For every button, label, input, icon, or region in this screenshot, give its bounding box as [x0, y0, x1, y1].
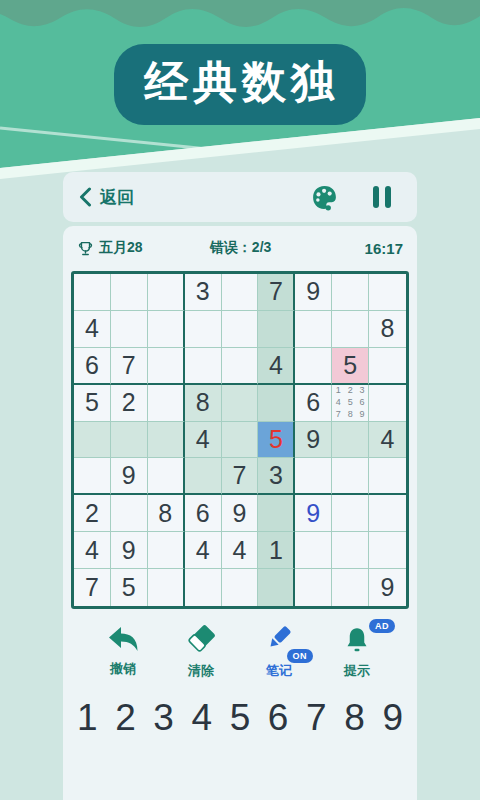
cell-r2c5[interactable]	[222, 311, 259, 348]
cell-r4c7[interactable]: 6	[295, 385, 332, 422]
undo-label: 撤销	[110, 660, 136, 678]
cell-r6c1[interactable]	[74, 458, 111, 495]
cell-r3c4[interactable]	[185, 348, 222, 385]
cell-r7c2[interactable]	[111, 495, 148, 532]
cell-r2c7[interactable]	[295, 311, 332, 348]
notes-on-badge: ON	[287, 649, 314, 663]
cell-r5c5[interactable]	[222, 422, 259, 459]
cell-r6c4[interactable]	[185, 458, 222, 495]
cell-r1c4[interactable]: 3	[185, 274, 222, 311]
numpad-4[interactable]: 4	[192, 696, 213, 740]
cell-r9c8[interactable]	[332, 569, 369, 606]
nav-bar: 返回	[63, 172, 417, 222]
cell-r2c8[interactable]	[332, 311, 369, 348]
numpad-3[interactable]: 3	[153, 696, 174, 740]
undo-button[interactable]: 撤销	[95, 625, 151, 680]
cell-r8c9[interactable]	[369, 532, 406, 569]
cell-r9c9[interactable]: 9	[369, 569, 406, 606]
timer: 16:17	[365, 240, 403, 257]
cell-r9c4[interactable]	[185, 569, 222, 606]
numpad-7[interactable]: 7	[306, 696, 327, 740]
back-button[interactable]: 返回	[79, 186, 134, 209]
cell-r3c8[interactable]: 5	[332, 348, 369, 385]
toolbar: 撤销 清除 ON 笔记	[63, 625, 417, 680]
cell-r1c8[interactable]	[332, 274, 369, 311]
eraser-icon	[185, 625, 217, 655]
cell-r5c6[interactable]: 5	[258, 422, 295, 459]
cell-r3c1[interactable]: 6	[74, 348, 111, 385]
status-bar: 五月28 错误：2/3 16:17	[63, 226, 417, 270]
cell-r1c9[interactable]	[369, 274, 406, 311]
cell-r4c2[interactable]: 2	[111, 385, 148, 422]
cell-r8c7[interactable]	[295, 532, 332, 569]
numpad-5[interactable]: 5	[230, 696, 251, 740]
level-indicator: 五月28	[77, 239, 143, 257]
error-counter: 错误：2/3	[210, 239, 271, 257]
cell-r9c2[interactable]: 5	[111, 569, 148, 606]
cell-r8c8[interactable]	[332, 532, 369, 569]
cell-r8c4[interactable]: 4	[185, 532, 222, 569]
cell-r6c2[interactable]: 9	[111, 458, 148, 495]
cell-r7c7[interactable]: 9	[295, 495, 332, 532]
cell-r6c5[interactable]: 7	[222, 458, 259, 495]
cell-r7c8[interactable]	[332, 495, 369, 532]
cell-r7c6[interactable]	[258, 495, 295, 532]
cell-r3c5[interactable]	[222, 348, 259, 385]
cell-r4c5[interactable]	[222, 385, 259, 422]
sudoku-board: 3794867455286123456789459497328699494417…	[71, 271, 409, 609]
cell-r7c5[interactable]: 9	[222, 495, 259, 532]
back-label: 返回	[100, 186, 134, 209]
cell-r8c3[interactable]	[148, 532, 185, 569]
cell-r9c5[interactable]	[222, 569, 259, 606]
number-pad: 123456789	[63, 696, 417, 740]
numpad-1[interactable]: 1	[77, 696, 98, 740]
cell-r3c9[interactable]	[369, 348, 406, 385]
sudoku-app-screen: 经典数独 返回	[0, 0, 480, 800]
cell-r9c7[interactable]	[295, 569, 332, 606]
cell-r7c1[interactable]: 2	[74, 495, 111, 532]
cell-r5c4[interactable]: 4	[185, 422, 222, 459]
cell-r4c8[interactable]: 123456789	[332, 385, 369, 422]
erase-label: 清除	[188, 662, 214, 680]
cell-r8c1[interactable]: 4	[74, 532, 111, 569]
back-chevron-icon	[79, 187, 92, 207]
cell-r7c9[interactable]	[369, 495, 406, 532]
level-label: 五月28	[99, 239, 143, 257]
cell-r4c9[interactable]	[369, 385, 406, 422]
notes-grid: 123456789	[332, 385, 368, 421]
cell-r4c4[interactable]: 8	[185, 385, 222, 422]
undo-icon	[106, 625, 140, 653]
cell-r3c6[interactable]: 4	[258, 348, 295, 385]
game-panel: 五月28 错误：2/3 16:17 3794867455286123456789…	[63, 226, 417, 800]
cell-r4c1[interactable]: 5	[74, 385, 111, 422]
erase-button[interactable]: 清除	[173, 625, 229, 680]
trophy-icon	[77, 240, 94, 257]
cell-r1c5[interactable]	[222, 274, 259, 311]
cell-r1c7[interactable]: 9	[295, 274, 332, 311]
cell-r1c2[interactable]	[111, 274, 148, 311]
cell-r9c1[interactable]: 7	[74, 569, 111, 606]
cell-r9c6[interactable]	[258, 569, 295, 606]
cell-r7c4[interactable]: 6	[185, 495, 222, 532]
bell-icon	[342, 625, 372, 655]
cell-r1c3[interactable]	[148, 274, 185, 311]
cell-r6c3[interactable]	[148, 458, 185, 495]
cell-r5c9[interactable]: 4	[369, 422, 406, 459]
cell-r5c1[interactable]	[74, 422, 111, 459]
cell-r5c8[interactable]	[332, 422, 369, 459]
cell-r6c7[interactable]	[295, 458, 332, 495]
cell-r3c2[interactable]: 7	[111, 348, 148, 385]
cell-r2c1[interactable]: 4	[74, 311, 111, 348]
notes-label: 笔记	[266, 662, 292, 680]
cell-r1c6[interactable]: 7	[258, 274, 295, 311]
cell-r2c6[interactable]	[258, 311, 295, 348]
cell-r3c7[interactable]	[295, 348, 332, 385]
cell-r5c2[interactable]	[111, 422, 148, 459]
cell-r8c6[interactable]: 1	[258, 532, 295, 569]
cell-r3c3[interactable]	[148, 348, 185, 385]
numpad-2[interactable]: 2	[115, 696, 136, 740]
cell-r2c4[interactable]	[185, 311, 222, 348]
cell-r2c3[interactable]	[148, 311, 185, 348]
numpad-8[interactable]: 8	[344, 696, 365, 740]
cell-r1c1[interactable]	[74, 274, 111, 311]
theme-palette-icon[interactable]	[310, 183, 339, 212]
hint-label: 提示	[344, 662, 370, 680]
cell-r9c3[interactable]	[148, 569, 185, 606]
cell-r5c3[interactable]	[148, 422, 185, 459]
cell-r4c3[interactable]	[148, 385, 185, 422]
cell-r8c5[interactable]: 4	[222, 532, 259, 569]
hint-button[interactable]: AD 提示	[329, 625, 385, 680]
cell-r6c6[interactable]: 3	[258, 458, 295, 495]
cell-r8c2[interactable]: 9	[111, 532, 148, 569]
cell-r2c2[interactable]	[111, 311, 148, 348]
page-title: 经典数独	[114, 44, 366, 125]
pause-button[interactable]	[373, 186, 391, 208]
numpad-6[interactable]: 6	[268, 696, 289, 740]
cell-r6c9[interactable]	[369, 458, 406, 495]
cell-r7c3[interactable]: 8	[148, 495, 185, 532]
cell-r6c8[interactable]	[332, 458, 369, 495]
cell-r5c7[interactable]: 9	[295, 422, 332, 459]
cell-r2c9[interactable]: 8	[369, 311, 406, 348]
numpad-9[interactable]: 9	[382, 696, 403, 740]
cell-r4c6[interactable]	[258, 385, 295, 422]
hint-ad-badge: AD	[369, 619, 395, 633]
notes-button[interactable]: ON 笔记	[251, 625, 307, 680]
